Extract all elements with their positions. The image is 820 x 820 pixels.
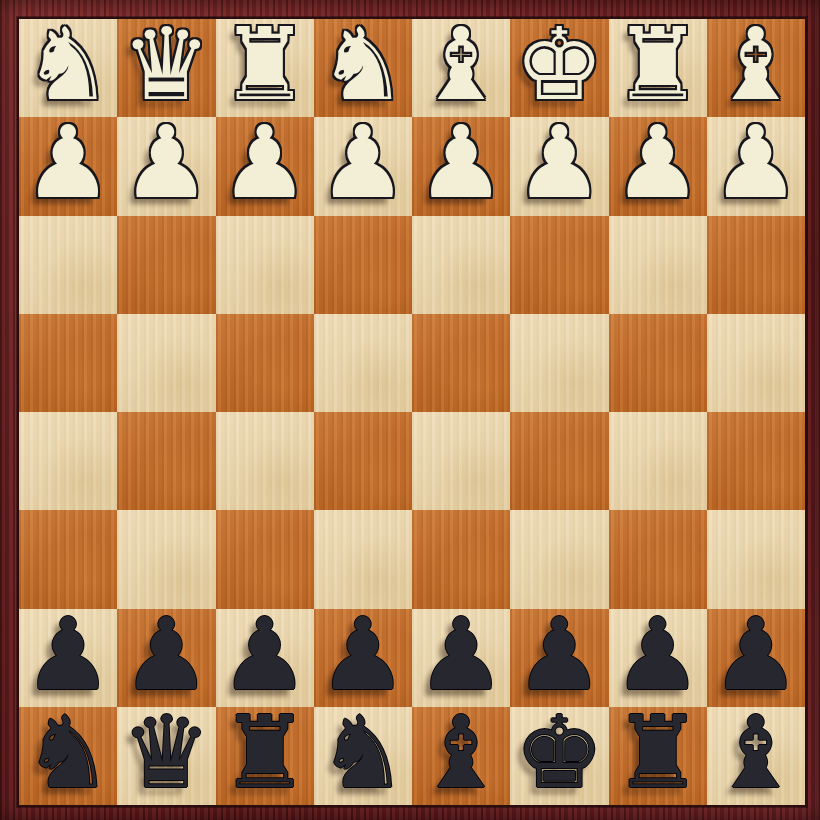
white-pawn-piece[interactable]: ♟ [416,117,506,212]
square-d5[interactable] [412,412,510,510]
white-rook-piece[interactable]: ♜ [613,19,703,114]
black-pawn-piece[interactable]: ♟ [711,609,801,704]
square-c2[interactable]: ♟ [510,117,608,215]
black-bishop-piece[interactable]: ♝ [711,707,801,802]
square-e1[interactable]: ♞ [314,19,412,117]
square-e3[interactable] [314,216,412,314]
square-f5[interactable] [216,412,314,510]
square-d6[interactable] [412,510,510,608]
white-pawn-piece[interactable]: ♟ [23,117,113,212]
square-g5[interactable] [117,412,215,510]
white-pawn-piece[interactable]: ♟ [220,117,310,212]
square-a1[interactable]: ♝ [707,19,805,117]
white-knight-piece[interactable]: ♞ [23,19,113,114]
square-c1[interactable]: ♚ [510,19,608,117]
square-g3[interactable] [117,216,215,314]
square-d4[interactable] [412,314,510,412]
square-h2[interactable]: ♟ [19,117,117,215]
square-a7[interactable]: ♟ [707,609,805,707]
square-h8[interactable]: ♞ [19,707,117,805]
square-c7[interactable]: ♟ [510,609,608,707]
square-d1[interactable]: ♝ [412,19,510,117]
black-knight-piece[interactable]: ♞ [318,707,408,802]
black-queen-piece[interactable]: ♛ [122,707,212,802]
black-pawn-piece[interactable]: ♟ [515,609,605,704]
black-pawn-piece[interactable]: ♟ [122,609,212,704]
square-h1[interactable]: ♞ [19,19,117,117]
square-c6[interactable] [510,510,608,608]
black-pawn-piece[interactable]: ♟ [220,609,310,704]
square-a8[interactable]: ♝ [707,707,805,805]
square-f7[interactable]: ♟ [216,609,314,707]
white-pawn-piece[interactable]: ♟ [515,117,605,212]
white-king-piece[interactable]: ♚ [515,19,605,114]
black-pawn-piece[interactable]: ♟ [416,609,506,704]
square-a3[interactable] [707,216,805,314]
square-c8[interactable]: ♚ [510,707,608,805]
black-pawn-piece[interactable]: ♟ [613,609,703,704]
chess-board: ♞♛♜♞♝♚♜♝♟♟♟♟♟♟♟♟♟♟♟♟♟♟♟♟♞♛♜♞♝♚♜♝ [17,17,807,807]
square-e7[interactable]: ♟ [314,609,412,707]
black-rook-piece[interactable]: ♜ [613,707,703,802]
white-bishop-piece[interactable]: ♝ [416,19,506,114]
square-b8[interactable]: ♜ [609,707,707,805]
white-bishop-piece[interactable]: ♝ [711,19,801,114]
square-b6[interactable] [609,510,707,608]
square-e8[interactable]: ♞ [314,707,412,805]
square-h3[interactable] [19,216,117,314]
square-g2[interactable]: ♟ [117,117,215,215]
square-c4[interactable] [510,314,608,412]
square-d7[interactable]: ♟ [412,609,510,707]
square-c3[interactable] [510,216,608,314]
square-e6[interactable] [314,510,412,608]
white-knight-piece[interactable]: ♞ [318,19,408,114]
square-g1[interactable]: ♛ [117,19,215,117]
black-pawn-piece[interactable]: ♟ [318,609,408,704]
white-pawn-piece[interactable]: ♟ [711,117,801,212]
square-e5[interactable] [314,412,412,510]
square-g8[interactable]: ♛ [117,707,215,805]
white-pawn-piece[interactable]: ♟ [613,117,703,212]
square-b5[interactable] [609,412,707,510]
black-rook-piece[interactable]: ♜ [220,707,310,802]
square-b3[interactable] [609,216,707,314]
square-h7[interactable]: ♟ [19,609,117,707]
square-a2[interactable]: ♟ [707,117,805,215]
white-pawn-piece[interactable]: ♟ [318,117,408,212]
square-b2[interactable]: ♟ [609,117,707,215]
square-b1[interactable]: ♜ [609,19,707,117]
square-g6[interactable] [117,510,215,608]
square-h4[interactable] [19,314,117,412]
square-h6[interactable] [19,510,117,608]
square-d3[interactable] [412,216,510,314]
square-c5[interactable] [510,412,608,510]
square-e4[interactable] [314,314,412,412]
square-f3[interactable] [216,216,314,314]
black-king-piece[interactable]: ♚ [515,707,605,802]
square-f1[interactable]: ♜ [216,19,314,117]
white-queen-piece[interactable]: ♛ [122,19,212,114]
square-f2[interactable]: ♟ [216,117,314,215]
square-g4[interactable] [117,314,215,412]
white-rook-piece[interactable]: ♜ [220,19,310,114]
black-pawn-piece[interactable]: ♟ [23,609,113,704]
square-h5[interactable] [19,412,117,510]
square-a4[interactable] [707,314,805,412]
square-f4[interactable] [216,314,314,412]
white-pawn-piece[interactable]: ♟ [122,117,212,212]
black-knight-piece[interactable]: ♞ [23,707,113,802]
square-f6[interactable] [216,510,314,608]
square-e2[interactable]: ♟ [314,117,412,215]
square-d8[interactable]: ♝ [412,707,510,805]
black-bishop-piece[interactable]: ♝ [416,707,506,802]
square-g7[interactable]: ♟ [117,609,215,707]
board-frame: ♞♛♜♞♝♚♜♝♟♟♟♟♟♟♟♟♟♟♟♟♟♟♟♟♞♛♜♞♝♚♜♝ [0,0,820,820]
square-b7[interactable]: ♟ [609,609,707,707]
square-b4[interactable] [609,314,707,412]
square-a5[interactable] [707,412,805,510]
square-a6[interactable] [707,510,805,608]
square-f8[interactable]: ♜ [216,707,314,805]
square-d2[interactable]: ♟ [412,117,510,215]
